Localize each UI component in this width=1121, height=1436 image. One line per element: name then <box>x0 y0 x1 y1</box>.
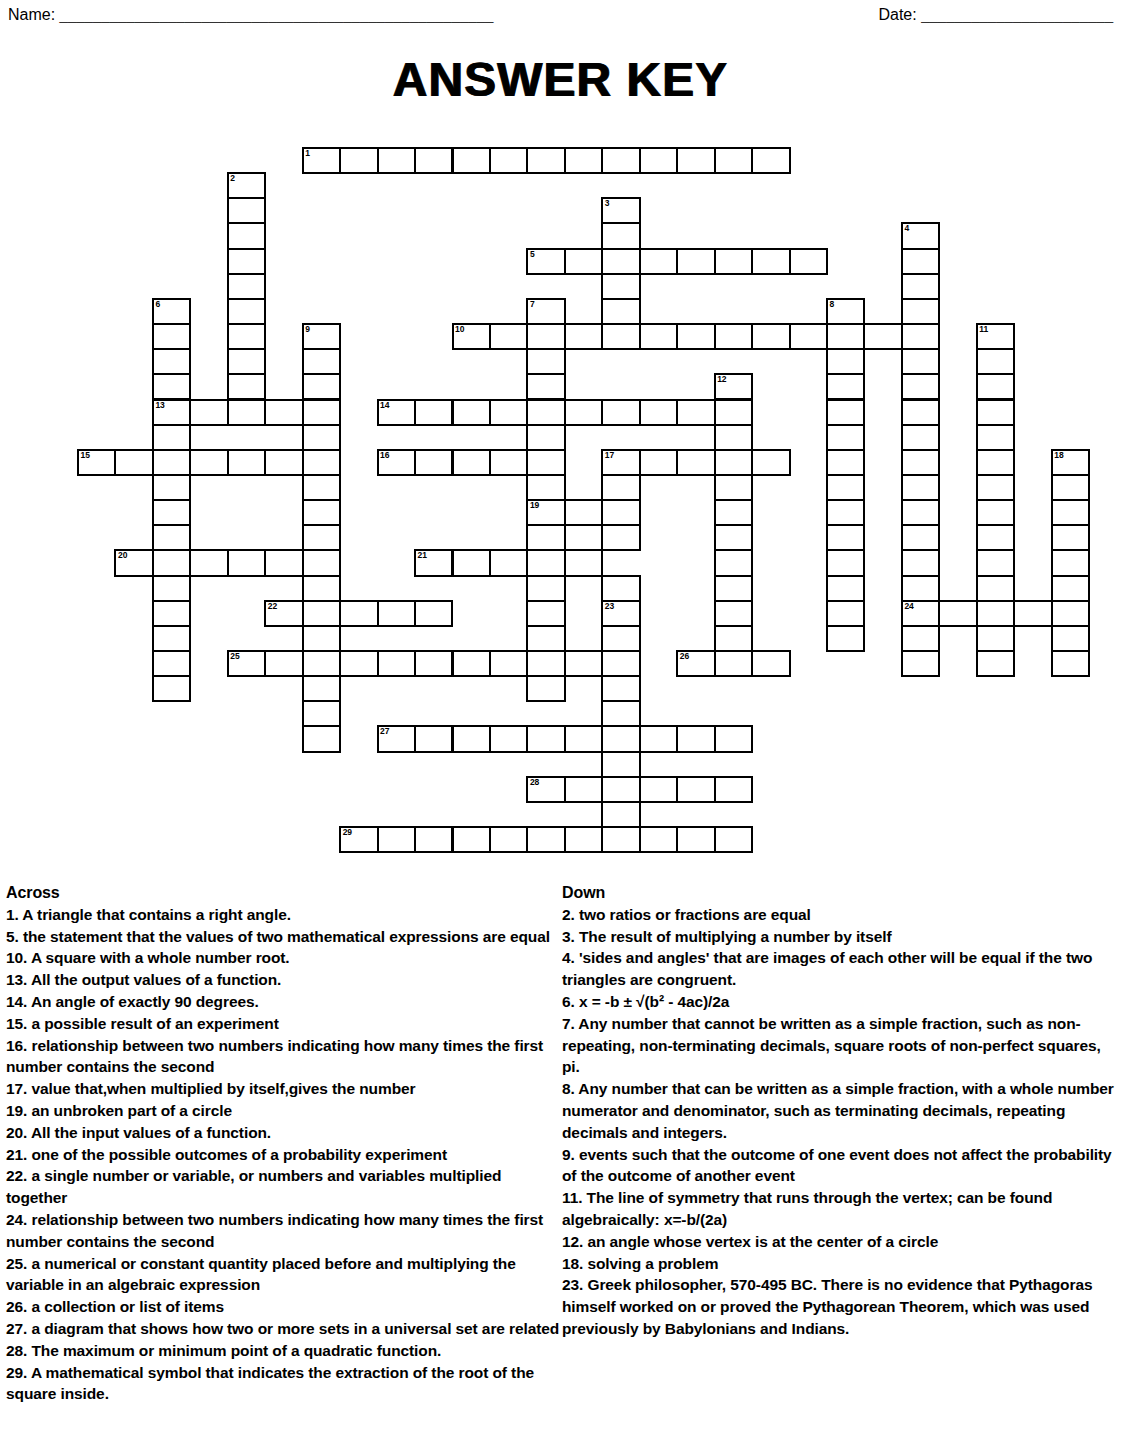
crossword-cell[interactable] <box>789 248 828 275</box>
crossword-cell[interactable] <box>601 700 640 727</box>
crossword-cell[interactable] <box>901 524 940 551</box>
crossword-cell[interactable] <box>302 524 341 551</box>
crossword-cell[interactable] <box>302 575 341 602</box>
crossword-cell[interactable] <box>676 826 715 853</box>
crossword-cell[interactable] <box>152 675 191 702</box>
crossword-cell[interactable] <box>901 449 940 476</box>
crossword-cell[interactable] <box>564 776 603 803</box>
crossword-cell[interactable] <box>751 650 790 677</box>
crossword-cell[interactable] <box>751 248 790 275</box>
crossword-cell[interactable] <box>189 549 228 576</box>
crossword-cell[interactable] <box>901 625 940 652</box>
crossword-cell[interactable]: 21 <box>414 549 453 576</box>
clue-number: 11 <box>979 325 988 334</box>
crossword-cell[interactable] <box>601 499 640 526</box>
crossword-cell[interactable] <box>601 399 640 426</box>
crossword-cell[interactable] <box>901 348 940 375</box>
crossword-cell[interactable] <box>938 600 977 627</box>
crossword-cell[interactable] <box>152 524 191 551</box>
crossword-cell[interactable] <box>152 650 191 677</box>
crossword-cell[interactable] <box>526 147 565 174</box>
crossword-cell[interactable] <box>152 625 191 652</box>
clue-item: 3. The result of multiplying a number by… <box>562 926 1118 948</box>
crossword-cell[interactable] <box>452 650 491 677</box>
crossword-cell[interactable] <box>414 449 453 476</box>
crossword-cell[interactable]: 2 <box>227 172 266 199</box>
crossword-cell[interactable] <box>976 424 1015 451</box>
crossword-cell[interactable] <box>639 776 678 803</box>
crossword-cell[interactable]: 15 <box>77 449 116 476</box>
clue-number: 5 <box>530 250 535 259</box>
clue-item: 18. solving a problem <box>562 1253 1118 1275</box>
crossword-cell[interactable] <box>676 449 715 476</box>
crossword-cell[interactable] <box>227 399 266 426</box>
crossword-cell[interactable] <box>302 725 341 752</box>
crossword-cell[interactable] <box>526 549 565 576</box>
crossword-cell[interactable] <box>901 549 940 576</box>
crossword-cell[interactable] <box>976 373 1015 400</box>
crossword-cell[interactable] <box>826 348 865 375</box>
name-label: Name: <box>8 6 55 23</box>
crossword-cell[interactable] <box>639 248 678 275</box>
crossword-cell[interactable] <box>1051 575 1090 602</box>
crossword-cell[interactable] <box>1051 549 1090 576</box>
crossword-cell[interactable] <box>714 248 753 275</box>
clue-number: 16 <box>380 451 389 460</box>
crossword-cell[interactable] <box>414 147 453 174</box>
crossword-cell[interactable] <box>302 424 341 451</box>
crossword-cell[interactable] <box>227 348 266 375</box>
crossword-cell[interactable] <box>714 399 753 426</box>
clue-item: 12. an angle whose vertex is at the cent… <box>562 1231 1118 1253</box>
crossword-cell[interactable] <box>526 575 565 602</box>
crossword-cell[interactable] <box>901 248 940 275</box>
crossword-cell[interactable] <box>152 424 191 451</box>
page-title: ANSWER KEY <box>0 52 1121 107</box>
crossword-cell[interactable]: 29 <box>339 826 378 853</box>
crossword-cell[interactable] <box>901 273 940 300</box>
crossword-cell[interactable] <box>526 348 565 375</box>
crossword-cell[interactable] <box>114 449 153 476</box>
crossword-cell[interactable] <box>526 474 565 501</box>
crossword-cell[interactable] <box>377 826 416 853</box>
crossword-cell[interactable] <box>601 801 640 828</box>
crossword-cell[interactable] <box>601 222 640 249</box>
crossword-cell[interactable] <box>302 348 341 375</box>
crossword-cell[interactable]: 1 <box>302 147 341 174</box>
crossword-cell[interactable] <box>452 147 491 174</box>
crossword-cell[interactable] <box>526 625 565 652</box>
crossword-cell[interactable] <box>489 549 528 576</box>
clue-number: 17 <box>605 451 614 460</box>
crossword-cell[interactable] <box>676 248 715 275</box>
crossword-cell[interactable] <box>976 600 1015 627</box>
crossword-cell[interactable] <box>152 499 191 526</box>
crossword-cell[interactable] <box>826 323 865 350</box>
crossword-cell[interactable] <box>302 373 341 400</box>
clue-item: 26. a collection or list of items <box>6 1296 562 1318</box>
crossword-cell[interactable] <box>751 147 790 174</box>
crossword-cell[interactable] <box>826 474 865 501</box>
across-clues: Across 1. A triangle that contains a rig… <box>6 882 562 1405</box>
crossword-cell[interactable] <box>526 675 565 702</box>
crossword-cell[interactable] <box>526 449 565 476</box>
crossword-cell[interactable] <box>601 524 640 551</box>
crossword-cell[interactable] <box>339 600 378 627</box>
crossword-cell[interactable] <box>152 323 191 350</box>
crossword-cell[interactable] <box>714 600 753 627</box>
crossword-cell[interactable] <box>601 575 640 602</box>
crossword-cell[interactable]: 3 <box>601 197 640 224</box>
date-blank-line[interactable]: _______________________ <box>921 6 1113 23</box>
crossword-cell[interactable] <box>152 575 191 602</box>
crossword-cell[interactable]: 26 <box>676 650 715 677</box>
clue-number: 9 <box>305 325 310 334</box>
crossword-cell[interactable] <box>826 600 865 627</box>
crossword-cell[interactable]: 20 <box>114 549 153 576</box>
crossword-cell[interactable] <box>601 650 640 677</box>
crossword-cell[interactable] <box>976 650 1015 677</box>
crossword-cell[interactable] <box>152 449 191 476</box>
crossword-cell[interactable] <box>901 373 940 400</box>
crossword-cell[interactable] <box>826 549 865 576</box>
crossword-cell[interactable] <box>751 449 790 476</box>
crossword-cell[interactable] <box>227 373 266 400</box>
crossword-cell[interactable] <box>826 449 865 476</box>
crossword-cell[interactable] <box>526 650 565 677</box>
crossword-cell[interactable] <box>901 424 940 451</box>
crossword-cell[interactable] <box>564 248 603 275</box>
crossword-cell[interactable] <box>676 776 715 803</box>
crossword-cell[interactable] <box>264 449 303 476</box>
clue-item: 10. A square with a whole number root. <box>6 947 562 969</box>
crossword-cell[interactable] <box>189 449 228 476</box>
crossword-cell[interactable] <box>489 323 528 350</box>
crossword-cell[interactable] <box>976 625 1015 652</box>
crossword-cell[interactable] <box>601 751 640 778</box>
crossword-cell[interactable] <box>901 323 940 350</box>
crossword-cell[interactable] <box>526 600 565 627</box>
down-clues: Down 2. two ratios or fractions are equa… <box>562 882 1118 1340</box>
crossword-cell[interactable] <box>452 826 491 853</box>
crossword-cell[interactable] <box>414 650 453 677</box>
crossword-cell[interactable] <box>1051 600 1090 627</box>
crossword-cell[interactable] <box>714 776 753 803</box>
clue-item: 17. value that,when multiplied by itself… <box>6 1078 562 1100</box>
crossword-cell[interactable] <box>526 725 565 752</box>
crossword-cell[interactable]: 4 <box>901 222 940 249</box>
crossword-cell[interactable] <box>901 650 940 677</box>
crossword-cell[interactable] <box>639 147 678 174</box>
clue-number: 4 <box>904 224 909 233</box>
crossword-cell[interactable] <box>1051 499 1090 526</box>
crossword-cell[interactable] <box>564 549 603 576</box>
crossword-cell[interactable]: 18 <box>1051 449 1090 476</box>
crossword-cell[interactable] <box>601 273 640 300</box>
crossword-cell[interactable] <box>377 600 416 627</box>
crossword-cell[interactable] <box>1051 625 1090 652</box>
crossword-cell[interactable] <box>526 826 565 853</box>
crossword-cell[interactable] <box>714 474 753 501</box>
crossword-cell[interactable] <box>714 499 753 526</box>
crossword-cell[interactable] <box>1051 650 1090 677</box>
crossword-cell[interactable] <box>714 147 753 174</box>
crossword-cell[interactable] <box>264 549 303 576</box>
crossword-cell[interactable] <box>302 625 341 652</box>
crossword-cell[interactable] <box>714 625 753 652</box>
crossword-cell[interactable] <box>152 474 191 501</box>
crossword-cell[interactable] <box>714 650 753 677</box>
crossword-cell[interactable] <box>302 449 341 476</box>
crossword-cell[interactable] <box>414 725 453 752</box>
clue-number: 6 <box>155 300 160 309</box>
crossword-cell[interactable] <box>601 725 640 752</box>
crossword-cell[interactable] <box>714 424 753 451</box>
crossword-cell[interactable] <box>526 323 565 350</box>
clue-item: 20. All the input values of a function. <box>6 1122 562 1144</box>
crossword-cell[interactable] <box>339 147 378 174</box>
crossword-cell[interactable] <box>639 323 678 350</box>
crossword-cell[interactable] <box>676 323 715 350</box>
crossword-cell[interactable] <box>863 323 902 350</box>
crossword-cell[interactable] <box>901 474 940 501</box>
crossword-cell[interactable] <box>414 600 453 627</box>
crossword-cell[interactable] <box>901 575 940 602</box>
crossword-cell[interactable] <box>302 675 341 702</box>
crossword-cell[interactable] <box>601 625 640 652</box>
crossword-cell[interactable] <box>976 524 1015 551</box>
crossword-cell[interactable]: 12 <box>714 373 753 400</box>
date-label: Date: <box>878 6 916 23</box>
crossword-cell[interactable] <box>264 650 303 677</box>
crossword-cell[interactable]: 22 <box>264 600 303 627</box>
crossword-cell[interactable] <box>601 323 640 350</box>
crossword-cell[interactable] <box>489 399 528 426</box>
crossword-cell[interactable] <box>526 524 565 551</box>
crossword-cell[interactable] <box>227 273 266 300</box>
crossword-cell[interactable] <box>826 575 865 602</box>
crossword-cell[interactable]: 6 <box>152 298 191 325</box>
crossword-cell[interactable] <box>227 248 266 275</box>
clue-item: 6. x = -b ± √(b² - 4ac)/2a <box>562 991 1118 1013</box>
crossword-cell[interactable] <box>714 549 753 576</box>
crossword-cell[interactable] <box>789 323 828 350</box>
crossword-cell[interactable]: 5 <box>526 248 565 275</box>
clue-number: 18 <box>1054 451 1063 460</box>
crossword-cell[interactable] <box>489 725 528 752</box>
crossword-cell[interactable] <box>152 600 191 627</box>
crossword-cell[interactable] <box>714 725 753 752</box>
crossword-cell[interactable] <box>489 449 528 476</box>
crossword-cell[interactable] <box>601 147 640 174</box>
clue-item: 23. Greek philosopher, 570-495 BC. There… <box>562 1274 1118 1339</box>
crossword-cell[interactable] <box>302 700 341 727</box>
crossword-cell[interactable] <box>227 449 266 476</box>
crossword-cell[interactable]: 8 <box>826 298 865 325</box>
crossword-cell[interactable]: 19 <box>526 499 565 526</box>
crossword-cell[interactable] <box>526 399 565 426</box>
crossword-cell[interactable] <box>1051 524 1090 551</box>
crossword-cell[interactable] <box>414 399 453 426</box>
crossword-board: 1234567891011121314151617181920212223242… <box>77 147 1090 853</box>
crossword-cell[interactable] <box>601 776 640 803</box>
clue-item: 11. The line of symmetry that runs throu… <box>562 1187 1118 1231</box>
crossword-cell[interactable] <box>714 524 753 551</box>
crossword-cell[interactable] <box>714 449 753 476</box>
crossword-cell[interactable] <box>302 399 341 426</box>
crossword-cell[interactable]: 24 <box>901 600 940 627</box>
crossword-cell[interactable] <box>264 399 303 426</box>
crossword-cell[interactable] <box>901 499 940 526</box>
crossword-cell[interactable] <box>976 474 1015 501</box>
crossword-cell[interactable]: 27 <box>377 725 416 752</box>
crossword-cell[interactable] <box>976 399 1015 426</box>
crossword-cell[interactable] <box>227 222 266 249</box>
crossword-cell[interactable] <box>1013 600 1052 627</box>
crossword-cell[interactable]: 11 <box>976 323 1015 350</box>
clue-number: 23 <box>605 602 614 611</box>
clue-item: 22. a single number or variable, or numb… <box>6 1165 562 1209</box>
crossword-cell[interactable] <box>564 147 603 174</box>
clue-number: 2 <box>230 174 235 183</box>
crossword-cell[interactable] <box>826 399 865 426</box>
crossword-cell[interactable] <box>976 499 1015 526</box>
crossword-cell[interactable] <box>601 826 640 853</box>
crossword-cell[interactable] <box>152 348 191 375</box>
crossword-cell[interactable] <box>601 298 640 325</box>
crossword-cell[interactable] <box>152 549 191 576</box>
crossword-cell[interactable] <box>714 575 753 602</box>
crossword-cell[interactable] <box>564 826 603 853</box>
crossword-cell[interactable] <box>152 373 191 400</box>
clue-number: 3 <box>605 199 610 208</box>
crossword-cell[interactable]: 25 <box>227 650 266 677</box>
crossword-cell[interactable] <box>714 826 753 853</box>
clue-item: 7. Any number that cannot be written as … <box>562 1013 1118 1078</box>
clue-item: 5. the statement that the values of two … <box>6 926 562 948</box>
crossword-cell[interactable] <box>601 248 640 275</box>
crossword-cell[interactable] <box>302 600 341 627</box>
crossword-cell[interactable] <box>452 399 491 426</box>
crossword-cell[interactable] <box>302 474 341 501</box>
crossword-cell[interactable] <box>976 348 1015 375</box>
crossword-cell[interactable] <box>489 650 528 677</box>
down-heading: Down <box>562 882 1118 904</box>
clue-item: 13. All the output values of a function. <box>6 969 562 991</box>
clue-number: 19 <box>530 501 539 510</box>
crossword-cell[interactable] <box>227 298 266 325</box>
crossword-cell[interactable]: 10 <box>452 323 491 350</box>
crossword-cell[interactable] <box>676 147 715 174</box>
crossword-cell[interactable] <box>564 650 603 677</box>
crossword-cell[interactable] <box>751 323 790 350</box>
crossword-cell[interactable] <box>676 725 715 752</box>
crossword-cell[interactable] <box>826 524 865 551</box>
crossword-cell[interactable] <box>1051 474 1090 501</box>
clue-number: 12 <box>717 375 726 384</box>
clue-item: 19. an unbroken part of a circle <box>6 1100 562 1122</box>
clue-number: 1 <box>305 149 310 158</box>
across-heading: Across <box>6 882 562 904</box>
crossword-cell[interactable] <box>526 424 565 451</box>
crossword-cell[interactable] <box>377 147 416 174</box>
crossword-cell[interactable] <box>302 499 341 526</box>
clue-item: 29. A mathematical symbol that indicates… <box>6 1362 562 1406</box>
crossword-cell[interactable] <box>639 449 678 476</box>
crossword-cell[interactable] <box>639 826 678 853</box>
crossword-cell[interactable]: 9 <box>302 323 341 350</box>
crossword-cell[interactable] <box>339 650 378 677</box>
clue-number: 13 <box>155 401 164 410</box>
name-blank-line[interactable]: ________________________________________… <box>60 6 494 23</box>
crossword-cell[interactable] <box>564 499 603 526</box>
crossword-cell[interactable]: 16 <box>377 449 416 476</box>
crossword-cell[interactable]: 7 <box>526 298 565 325</box>
crossword-cell[interactable]: 28 <box>526 776 565 803</box>
crossword-cell[interactable] <box>676 399 715 426</box>
crossword-cell[interactable] <box>564 323 603 350</box>
crossword-cell[interactable] <box>976 575 1015 602</box>
crossword-cell[interactable] <box>901 399 940 426</box>
crossword-cell[interactable] <box>826 373 865 400</box>
crossword-cell[interactable] <box>452 449 491 476</box>
clue-number: 22 <box>268 602 277 611</box>
crossword-cell[interactable] <box>302 650 341 677</box>
clue-item: 4. 'sides and angles' that are images of… <box>562 947 1118 991</box>
crossword-cell[interactable] <box>302 549 341 576</box>
crossword-cell[interactable] <box>564 725 603 752</box>
crossword-cell[interactable] <box>826 625 865 652</box>
clue-item: 1. A triangle that contains a right angl… <box>6 904 562 926</box>
crossword-cell[interactable] <box>489 147 528 174</box>
clue-number: 7 <box>530 300 535 309</box>
crossword-cell[interactable] <box>976 449 1015 476</box>
crossword-cell[interactable] <box>901 298 940 325</box>
crossword-cell[interactable] <box>526 373 565 400</box>
crossword-cell[interactable]: 23 <box>601 600 640 627</box>
crossword-cell[interactable] <box>227 197 266 224</box>
crossword-cell[interactable] <box>826 424 865 451</box>
clue-number: 26 <box>680 652 689 661</box>
crossword-cell[interactable] <box>377 650 416 677</box>
clue-number: 8 <box>830 300 835 309</box>
crossword-cell[interactable] <box>639 725 678 752</box>
crossword-cell[interactable]: 14 <box>377 399 416 426</box>
crossword-cell[interactable]: 17 <box>601 449 640 476</box>
crossword-cell[interactable] <box>976 549 1015 576</box>
clue-item: 27. a diagram that shows how two or more… <box>6 1318 562 1340</box>
clue-item: 16. relationship between two numbers ind… <box>6 1035 562 1079</box>
crossword-cell[interactable] <box>189 399 228 426</box>
clue-item: 14. An angle of exactly 90 degrees. <box>6 991 562 1013</box>
crossword-cell[interactable] <box>639 399 678 426</box>
crossword-cell[interactable] <box>227 323 266 350</box>
crossword-cell[interactable] <box>601 474 640 501</box>
crossword-cell[interactable] <box>826 499 865 526</box>
crossword-cell[interactable] <box>452 549 491 576</box>
worksheet-header: Name: __________________________________… <box>0 6 1121 24</box>
crossword-cell[interactable] <box>414 826 453 853</box>
crossword-cell[interactable]: 13 <box>152 399 191 426</box>
crossword-cell[interactable] <box>452 725 491 752</box>
clue-item: 15. a possible result of an experiment <box>6 1013 562 1035</box>
crossword-cell[interactable] <box>601 675 640 702</box>
crossword-cell[interactable] <box>489 826 528 853</box>
crossword-cell[interactable] <box>564 399 603 426</box>
crossword-cell[interactable] <box>714 323 753 350</box>
clue-item: 25. a numerical or constant quantity pla… <box>6 1253 562 1297</box>
crossword-cell[interactable] <box>227 549 266 576</box>
